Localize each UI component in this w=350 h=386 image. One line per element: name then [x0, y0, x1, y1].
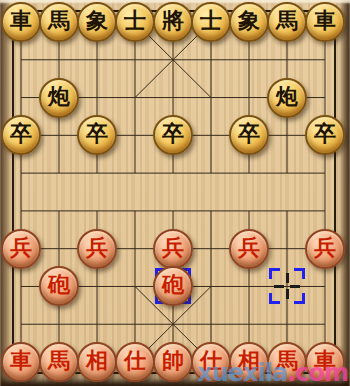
- piece-black[interactable]: 卒: [77, 115, 117, 155]
- piece-black[interactable]: 卒: [229, 115, 269, 155]
- piece-red[interactable]: 仕: [115, 342, 155, 382]
- piece-glyph: 車: [10, 350, 32, 372]
- piece-red[interactable]: 帥: [153, 342, 193, 382]
- piece-glyph: 車: [314, 10, 336, 32]
- watermark: xuexila.com: [197, 361, 348, 386]
- xiangqi-board[interactable]: 車馬象士將士象馬車炮炮卒卒卒卒卒兵兵兵兵兵砲砲車馬相仕帥仕相馬車 xuexila…: [0, 0, 350, 386]
- piece-glyph: 將: [162, 10, 184, 32]
- piece-black[interactable]: 士: [191, 2, 231, 42]
- piece-glyph: 卒: [86, 123, 108, 145]
- piece-glyph: 卒: [10, 123, 32, 145]
- piece-glyph: 馬: [48, 10, 70, 32]
- piece-glyph: 砲: [162, 274, 184, 296]
- piece-red[interactable]: 兵: [77, 229, 117, 269]
- piece-red[interactable]: 兵: [305, 229, 345, 269]
- piece-black[interactable]: 車: [305, 2, 345, 42]
- piece-glyph: 兵: [314, 237, 336, 259]
- board-intersections[interactable]: 車馬象士將士象馬車炮炮卒卒卒卒卒兵兵兵兵兵砲砲車馬相仕帥仕相馬車: [2, 3, 344, 381]
- piece-glyph: 帥: [162, 350, 184, 372]
- piece-red[interactable]: 砲: [39, 266, 79, 306]
- piece-glyph: 炮: [276, 86, 298, 108]
- piece-black[interactable]: 象: [77, 2, 117, 42]
- piece-glyph: 兵: [10, 237, 32, 259]
- piece-red[interactable]: 兵: [1, 229, 41, 269]
- piece-red[interactable]: 車: [1, 342, 41, 382]
- piece-glyph: 仕: [124, 350, 146, 372]
- piece-glyph: 卒: [314, 123, 336, 145]
- watermark-tld: .com: [287, 359, 348, 386]
- watermark-site: xuexila: [197, 359, 287, 386]
- piece-glyph: 炮: [48, 86, 70, 108]
- piece-red[interactable]: 馬: [39, 342, 79, 382]
- piece-red[interactable]: 相: [77, 342, 117, 382]
- piece-red[interactable]: 兵: [229, 229, 269, 269]
- crosshair-cursor: [274, 273, 300, 299]
- piece-black[interactable]: 將: [153, 2, 193, 42]
- piece-glyph: 相: [86, 350, 108, 372]
- piece-black[interactable]: 卒: [153, 115, 193, 155]
- piece-glyph: 兵: [238, 237, 260, 259]
- piece-glyph: 兵: [162, 237, 184, 259]
- piece-glyph: 兵: [86, 237, 108, 259]
- piece-glyph: 象: [86, 10, 108, 32]
- piece-black[interactable]: 炮: [39, 78, 79, 118]
- piece-glyph: 卒: [238, 123, 260, 145]
- piece-glyph: 砲: [48, 274, 70, 296]
- piece-black[interactable]: 車: [1, 2, 41, 42]
- piece-glyph: 馬: [276, 10, 298, 32]
- piece-black[interactable]: 象: [229, 2, 269, 42]
- piece-black[interactable]: 卒: [305, 115, 345, 155]
- piece-red[interactable]: 兵: [153, 229, 193, 269]
- piece-black[interactable]: 卒: [1, 115, 41, 155]
- piece-black[interactable]: 馬: [39, 2, 79, 42]
- piece-glyph: 士: [124, 10, 146, 32]
- piece-glyph: 象: [238, 10, 260, 32]
- piece-glyph: 士: [200, 10, 222, 32]
- piece-black[interactable]: 馬: [267, 2, 307, 42]
- piece-black[interactable]: 士: [115, 2, 155, 42]
- piece-glyph: 馬: [48, 350, 70, 372]
- piece-black[interactable]: 炮: [267, 78, 307, 118]
- piece-glyph: 卒: [162, 123, 184, 145]
- piece-glyph: 車: [10, 10, 32, 32]
